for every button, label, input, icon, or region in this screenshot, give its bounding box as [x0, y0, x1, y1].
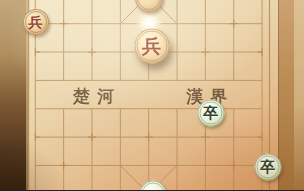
red-piece-character: 兵: [29, 15, 43, 29]
red-soldier-lifted[interactable]: 兵: [134, 29, 169, 64]
black-soldier-mid[interactable]: 卒: [197, 99, 224, 126]
piece-layer: 兵兵卒卒: [0, 0, 304, 190]
red-soldier-left[interactable]: 兵: [23, 9, 49, 35]
red-piece-character: 兵: [142, 37, 161, 56]
black-piece-bottom-cutoff[interactable]: [139, 181, 166, 191]
black-piece-character: 卒: [203, 105, 218, 120]
red-piece-top-cutoff[interactable]: [135, 0, 163, 12]
black-piece-character: 卒: [260, 159, 275, 174]
xiangqi-board-screen: 楚河 漢界 兵兵卒卒: [0, 0, 304, 190]
black-soldier-right[interactable]: 卒: [254, 153, 281, 180]
